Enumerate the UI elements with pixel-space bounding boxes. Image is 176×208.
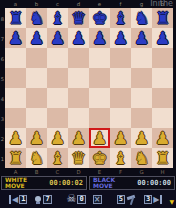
piece-white-pawn: ♟ xyxy=(8,128,23,148)
file-label-d: D xyxy=(69,168,88,175)
square-b2[interactable]: ♟ xyxy=(26,128,47,148)
square-g5[interactable] xyxy=(131,68,152,88)
piece-white-rook: ♜ xyxy=(155,148,170,168)
hammer-button[interactable]: 5 xyxy=(117,194,137,205)
square-a7[interactable]: ♟ xyxy=(5,28,26,48)
square-b7[interactable]: ♟ xyxy=(26,28,47,48)
file-label-d: d xyxy=(69,0,88,7)
square-b8[interactable]: ♞ xyxy=(26,8,47,28)
square-a6[interactable] xyxy=(5,48,26,68)
square-b5[interactable] xyxy=(26,68,47,88)
white-clock-time: 00:00:02 xyxy=(49,179,83,187)
white-move-label: WHITE MOVE xyxy=(5,177,27,189)
square-e8[interactable]: ♚ xyxy=(89,8,110,28)
black-move-label: BLACK MOVE xyxy=(93,177,115,189)
file-label-b: B xyxy=(27,168,46,175)
rank-label-1: 1 xyxy=(0,150,4,167)
piece-white-pawn: ♟ xyxy=(155,128,170,148)
piece-white-queen: ♛ xyxy=(71,148,86,168)
white-clock-panel: WHITE MOVE 00:00:02 xyxy=(1,176,87,190)
square-h1[interactable]: ♜ xyxy=(152,148,173,168)
rank-label-3: 3 xyxy=(0,110,4,127)
square-e4[interactable] xyxy=(89,88,110,108)
piece-black-pawn: ♟ xyxy=(155,28,170,48)
square-c5[interactable] xyxy=(47,68,68,88)
file-label-g: G xyxy=(132,168,151,175)
clock-bar: WHITE MOVE 00:00:02 BLACK MOVE 00:00:00 xyxy=(0,176,176,190)
square-d4[interactable] xyxy=(68,88,89,108)
file-label-e: E xyxy=(90,168,109,175)
square-d5[interactable] xyxy=(68,68,89,88)
square-a1[interactable]: ♜ xyxy=(5,148,26,168)
file-label-c: c xyxy=(48,0,67,7)
square-h3[interactable] xyxy=(152,108,173,128)
square-a4[interactable] xyxy=(5,88,26,108)
rank-label-7: 7 xyxy=(0,30,4,47)
square-e3[interactable] xyxy=(89,108,110,128)
square-h4[interactable] xyxy=(152,88,173,108)
square-c6[interactable] xyxy=(47,48,68,68)
file-label-f: F xyxy=(111,168,130,175)
piece-white-pawn: ♟ xyxy=(92,128,107,148)
square-a2[interactable]: ♟ xyxy=(5,128,26,148)
square-f5[interactable] xyxy=(110,68,131,88)
piece-black-pawn: ♟ xyxy=(71,28,86,48)
skip-forward-button[interactable]: 3▶ xyxy=(144,195,162,204)
square-c7[interactable]: ♟ xyxy=(47,28,68,48)
piece-black-pawn: ♟ xyxy=(29,28,44,48)
piece-white-pawn: ♟ xyxy=(71,128,86,148)
toolbar: ◀17☠0×53▶ xyxy=(0,190,176,208)
skull-button[interactable]: ☠0 xyxy=(67,193,86,205)
skip-forward-button-count: 3 xyxy=(144,195,152,204)
black-label-line2: MOVE xyxy=(93,183,115,189)
square-g8[interactable]: ♞ xyxy=(131,8,152,28)
rank-label-4: 4 xyxy=(0,90,4,107)
square-f8[interactable]: ♝ xyxy=(110,8,131,28)
square-d1[interactable]: ♛ xyxy=(68,148,89,168)
hint-bulb-button[interactable]: 7 xyxy=(34,195,51,204)
piece-white-knight: ♞ xyxy=(134,148,149,168)
hint-bulb-button-count: 7 xyxy=(43,195,51,204)
skip-back-icon: ◀ xyxy=(9,195,18,204)
square-g4[interactable] xyxy=(131,88,152,108)
square-h6[interactable] xyxy=(152,48,173,68)
square-b3[interactable] xyxy=(26,108,47,128)
square-h7[interactable]: ♟ xyxy=(152,28,173,48)
square-b6[interactable] xyxy=(26,48,47,68)
white-label-line2: MOVE xyxy=(5,183,27,189)
piece-white-knight: ♞ xyxy=(29,148,44,168)
rank-label-5: 5 xyxy=(0,70,4,87)
piece-black-pawn: ♟ xyxy=(92,28,107,48)
file-labels-top: abcdefgh xyxy=(5,0,173,8)
piece-white-pawn: ♟ xyxy=(29,128,44,148)
file-label-e: e xyxy=(90,0,109,7)
skip-back-button[interactable]: ◀1 xyxy=(9,195,27,204)
hammer-icon xyxy=(126,194,137,205)
more-indicator-icon[interactable]: ▼ xyxy=(169,199,174,205)
square-e2[interactable]: ♟ xyxy=(89,128,110,148)
square-c2[interactable]: ♟ xyxy=(47,128,68,148)
piece-black-king: ♚ xyxy=(92,8,107,28)
rank-label-2: 2 xyxy=(0,130,4,147)
piece-white-bishop: ♝ xyxy=(113,148,128,168)
square-e7[interactable]: ♟ xyxy=(89,28,110,48)
piece-white-pawn: ♟ xyxy=(134,128,149,148)
square-a3[interactable] xyxy=(5,108,26,128)
skip-forward-icon: ▶ xyxy=(153,195,162,204)
square-c3[interactable] xyxy=(47,108,68,128)
piece-white-pawn: ♟ xyxy=(113,128,128,148)
skull-button-count: 0 xyxy=(77,195,85,204)
file-label-c: C xyxy=(48,168,67,175)
piece-black-rook: ♜ xyxy=(8,8,23,28)
square-a8[interactable]: ♜ xyxy=(5,8,26,28)
square-f3[interactable] xyxy=(110,108,131,128)
file-label-f: f xyxy=(111,0,130,7)
black-clock-time: 00:00:00 xyxy=(137,179,171,187)
piece-black-pawn: ♟ xyxy=(8,28,23,48)
square-g3[interactable] xyxy=(131,108,152,128)
square-f1[interactable]: ♝ xyxy=(110,148,131,168)
square-e6[interactable] xyxy=(89,48,110,68)
piece-white-rook: ♜ xyxy=(8,148,23,168)
piece-white-bishop: ♝ xyxy=(50,148,65,168)
piece-black-pawn: ♟ xyxy=(113,28,128,48)
piece-black-bishop: ♝ xyxy=(50,8,65,28)
piece-white-king: ♚ xyxy=(92,148,107,168)
file-label-h: H xyxy=(153,168,172,175)
square-b1[interactable]: ♞ xyxy=(26,148,47,168)
file-label-a: A xyxy=(6,168,25,175)
chess-board: ♜♞♝♛♚♝♞♜♟♟♟♟♟♟♟♟♟♟♟♟♟♟♟♟♜♞♝♛♚♝♞♜ xyxy=(5,8,173,168)
file-labels-bottom: ABCDEFGH xyxy=(5,168,173,176)
piece-white-pawn: ♟ xyxy=(50,128,65,148)
square-c8[interactable]: ♝ xyxy=(47,8,68,28)
file-label-a: a xyxy=(6,0,25,7)
skull-icon: ☠ xyxy=(67,193,77,205)
piece-black-bishop: ♝ xyxy=(113,8,128,28)
square-f2[interactable]: ♟ xyxy=(110,128,131,148)
square-d6[interactable] xyxy=(68,48,89,68)
bulb-icon xyxy=(35,196,41,202)
square-b4[interactable] xyxy=(26,88,47,108)
square-d7[interactable]: ♟ xyxy=(68,28,89,48)
rank-label-8: 8 xyxy=(0,10,4,27)
file-label-h: h xyxy=(153,0,172,7)
square-f4[interactable] xyxy=(110,88,131,108)
rank-label-6: 6 xyxy=(0,50,4,67)
square-g1[interactable]: ♞ xyxy=(131,148,152,168)
square-h5[interactable] xyxy=(152,68,173,88)
piece-black-knight: ♞ xyxy=(134,8,149,28)
square-f6[interactable] xyxy=(110,48,131,68)
square-g2[interactable]: ♟ xyxy=(131,128,152,148)
square-g7[interactable]: ♟ xyxy=(131,28,152,48)
net-icon: × xyxy=(93,195,102,204)
square-d3[interactable] xyxy=(68,108,89,128)
piece-black-pawn: ♟ xyxy=(134,28,149,48)
square-h2[interactable]: ♟ xyxy=(152,128,173,148)
piece-black-queen: ♛ xyxy=(71,8,86,28)
piece-black-rook: ♜ xyxy=(155,8,170,28)
net-button[interactable]: × xyxy=(93,195,102,204)
square-g6[interactable] xyxy=(131,48,152,68)
square-e1[interactable]: ♚ xyxy=(89,148,110,168)
square-c4[interactable] xyxy=(47,88,68,108)
skip-back-button-count: 1 xyxy=(19,195,27,204)
square-a5[interactable] xyxy=(5,68,26,88)
piece-black-knight: ♞ xyxy=(29,8,44,28)
hammer-button-count: 5 xyxy=(117,195,125,204)
piece-black-pawn: ♟ xyxy=(50,28,65,48)
square-d2[interactable]: ♟ xyxy=(68,128,89,148)
square-h8[interactable]: ♜ xyxy=(152,8,173,28)
square-e5[interactable] xyxy=(89,68,110,88)
square-f7[interactable]: ♟ xyxy=(110,28,131,48)
black-clock-panel: BLACK MOVE 00:00:00 xyxy=(89,176,175,190)
file-label-g: g xyxy=(132,0,151,7)
chess-game-screen: abcdefgh Inithe 87654321 ♜♞♝♛♚♝♞♜♟♟♟♟♟♟♟… xyxy=(0,0,176,208)
square-c1[interactable]: ♝ xyxy=(47,148,68,168)
square-d8[interactable]: ♛ xyxy=(68,8,89,28)
file-label-b: b xyxy=(27,0,46,7)
